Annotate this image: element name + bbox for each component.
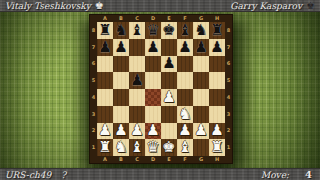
black-pawn-piece[interactable]: ♟ [194,40,207,55]
square-a6[interactable] [97,56,113,73]
black-queen-piece[interactable]: ♛ [146,23,159,38]
black-pawn-piece[interactable]: ♟ [130,73,143,88]
square-c7[interactable] [129,39,145,56]
square-d5[interactable] [145,72,161,89]
square-f6[interactable] [177,56,193,73]
black-bishop-piece[interactable]: ♝ [130,23,143,38]
square-e2[interactable] [161,123,177,140]
black-rook-piece[interactable]: ♜ [98,23,111,38]
file-label-g: G [193,156,209,163]
file-label-h: H [209,15,225,22]
square-c8[interactable]: ♝ [129,22,145,39]
square-f8[interactable]: ♝ [177,22,193,39]
square-b7[interactable]: ♟ [113,39,129,56]
rank-label-5: 5 [225,72,232,89]
square-g3[interactable] [193,106,209,123]
black-pawn-piece[interactable]: ♟ [98,40,111,55]
rank-label-8: 8 [225,22,232,39]
file-label-f: F [177,15,193,22]
player-bar: Vitaly Tseshkovsky ♚ Garry Kasparov ♚ [0,0,320,12]
rank-label-1: 1 [90,139,97,156]
square-b8[interactable]: ♞ [113,22,129,39]
event-info: URS-ch49 ? [5,170,66,180]
rank-label-6: 6 [225,56,232,73]
rank-label-4: 4 [90,89,97,106]
square-d2[interactable]: ♟ [145,123,161,140]
square-h4[interactable] [209,89,225,106]
black-king-icon: ♚ [306,1,315,11]
rank-label-7: 7 [90,39,97,56]
file-label-f: F [177,156,193,163]
square-f1[interactable]: ♝ [177,139,193,156]
white-pawn-piece[interactable]: ♟ [114,123,127,138]
square-h2[interactable]: ♟ [209,123,225,140]
square-d3[interactable] [145,106,161,123]
white-player-name: Vitaly Tseshkovsky [5,1,91,11]
white-pawn-piece[interactable]: ♟ [162,90,175,105]
square-g6[interactable] [193,56,209,73]
square-e4[interactable]: ♟ [161,89,177,106]
file-label-d: D [145,15,161,22]
rank-labels-right: 87654321 [225,22,232,156]
file-label-e: E [161,15,177,22]
square-h7[interactable]: ♟ [209,39,225,56]
status-bar: URS-ch49 ? Move: 4 [0,168,320,180]
black-king-piece[interactable]: ♚ [162,23,175,38]
square-g8[interactable]: ♞ [193,22,209,39]
white-pawn-piece[interactable]: ♟ [178,123,191,138]
square-c6[interactable] [129,56,145,73]
square-d6[interactable] [145,56,161,73]
square-d1[interactable]: ♛ [145,139,161,156]
square-a8[interactable]: ♜ [97,22,113,39]
file-labels-top: ABCDEFGH [97,15,225,22]
file-label-a: A [97,156,113,163]
square-b6[interactable] [113,56,129,73]
rank-label-2: 2 [90,123,97,140]
square-f5[interactable] [177,72,193,89]
square-g4[interactable] [193,89,209,106]
rank-label-5: 5 [90,72,97,89]
white-pawn-piece[interactable]: ♟ [130,123,143,138]
white-pawn-piece[interactable]: ♟ [146,123,159,138]
black-pawn-piece[interactable]: ♟ [178,40,191,55]
file-label-e: E [161,156,177,163]
black-pawn-piece[interactable]: ♟ [114,40,127,55]
move-label: Move: [261,170,289,180]
square-h1[interactable]: ♜ [209,139,225,156]
square-b5[interactable] [113,72,129,89]
black-bishop-piece[interactable]: ♝ [178,23,191,38]
white-pawn-piece[interactable]: ♟ [210,123,223,138]
white-king-piece[interactable]: ♚ [162,140,175,155]
rank-label-7: 7 [225,39,232,56]
white-knight-piece[interactable]: ♞ [114,140,127,155]
rank-label-4: 4 [225,89,232,106]
white-rook-piece[interactable]: ♜ [98,140,111,155]
square-g5[interactable] [193,72,209,89]
square-h5[interactable] [209,72,225,89]
square-e7[interactable] [161,39,177,56]
file-label-a: A [97,15,113,22]
rank-label-3: 3 [90,106,97,123]
square-e1[interactable]: ♚ [161,139,177,156]
square-g1[interactable] [193,139,209,156]
event-name: URS-ch49 [5,170,51,180]
square-c3[interactable] [129,106,145,123]
square-e5[interactable] [161,72,177,89]
rank-label-3: 3 [225,106,232,123]
white-player: Vitaly Tseshkovsky ♚ [5,1,104,11]
black-player: Garry Kasparov ♚ [230,1,315,11]
square-b2[interactable]: ♟ [113,123,129,140]
white-pawn-piece[interactable]: ♟ [98,123,111,138]
square-d7[interactable]: ♟ [145,39,161,56]
black-pawn-piece[interactable]: ♟ [146,40,159,55]
square-a4[interactable] [97,89,113,106]
square-a3[interactable] [97,106,113,123]
move-number: 4 [305,169,312,180]
black-knight-piece[interactable]: ♞ [194,23,207,38]
square-e6[interactable]: ♟ [161,56,177,73]
black-knight-piece[interactable]: ♞ [114,23,127,38]
square-c2[interactable]: ♟ [129,123,145,140]
square-b3[interactable] [113,106,129,123]
square-c1[interactable]: ♝ [129,139,145,156]
black-pawn-piece[interactable]: ♟ [210,40,223,55]
square-h6[interactable] [209,56,225,73]
square-g2[interactable]: ♟ [193,123,209,140]
file-label-b: B [113,156,129,163]
square-f3[interactable]: ♞ [177,106,193,123]
square-h8[interactable]: ♜ [209,22,225,39]
black-pawn-piece[interactable]: ♟ [162,56,175,71]
white-queen-piece[interactable]: ♛ [146,140,159,155]
chess-board[interactable]: ♜♞♝♛♚♝♞♜♟♟♟♟♟♟♟♟♟♞♟♟♟♟♟♟♟♜♞♝♛♚♝♜ [97,22,225,156]
square-f4[interactable] [177,89,193,106]
square-b4[interactable] [113,89,129,106]
black-player-name: Garry Kasparov [230,1,302,11]
chess-board-frame: ABCDEFGH 87654321 ♜♞♝♛♚♝♞♜♟♟♟♟♟♟♟♟♟♞♟♟♟♟… [89,14,233,164]
square-a5[interactable] [97,72,113,89]
file-label-g: G [193,15,209,22]
square-h3[interactable] [209,106,225,123]
black-rook-piece[interactable]: ♜ [210,23,223,38]
square-b1[interactable]: ♞ [113,139,129,156]
square-g7[interactable]: ♟ [193,39,209,56]
square-f2[interactable]: ♟ [177,123,193,140]
square-e3[interactable] [161,106,177,123]
white-bishop-piece[interactable]: ♝ [178,140,191,155]
event-site: ? [61,170,66,180]
square-a2[interactable]: ♟ [97,123,113,140]
rank-label-6: 6 [90,56,97,73]
white-knight-piece[interactable]: ♞ [178,107,191,122]
square-a1[interactable]: ♜ [97,139,113,156]
square-c4[interactable] [129,89,145,106]
square-d4[interactable] [145,89,161,106]
white-rook-piece[interactable]: ♜ [210,140,223,155]
white-king-icon: ♚ [95,1,104,11]
file-label-c: C [129,156,145,163]
rank-labels-left: 87654321 [90,22,97,156]
square-f7[interactable]: ♟ [177,39,193,56]
square-d8[interactable]: ♛ [145,22,161,39]
square-c5[interactable]: ♟ [129,72,145,89]
rank-label-1: 1 [225,139,232,156]
rank-label-8: 8 [90,22,97,39]
file-labels-bottom: ABCDEFGH [97,156,225,163]
file-label-c: C [129,15,145,22]
file-label-d: D [145,156,161,163]
file-label-b: B [113,15,129,22]
rank-label-2: 2 [225,123,232,140]
white-pawn-piece[interactable]: ♟ [194,123,207,138]
square-a7[interactable]: ♟ [97,39,113,56]
file-label-h: H [209,156,225,163]
move-counter: Move: 4 [261,169,315,180]
square-e8[interactable]: ♚ [161,22,177,39]
white-bishop-piece[interactable]: ♝ [130,140,143,155]
